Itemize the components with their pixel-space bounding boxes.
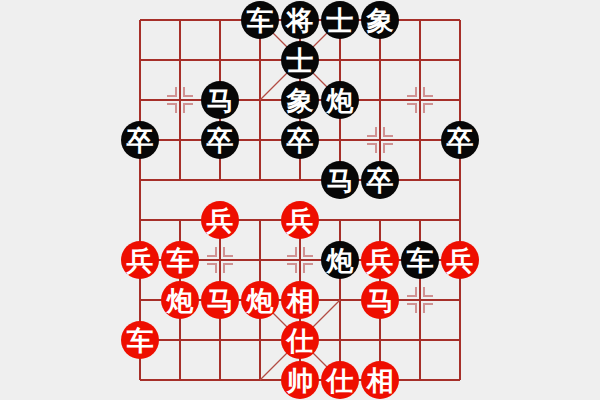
black-soldier[interactable]: 卒 xyxy=(361,161,399,199)
red-elephant[interactable]: 相 xyxy=(361,361,399,399)
red-soldier[interactable]: 兵 xyxy=(121,241,159,279)
red-soldier[interactable]: 兵 xyxy=(281,201,319,239)
black-horse[interactable]: 马 xyxy=(321,161,359,199)
black-cannon[interactable]: 炮 xyxy=(321,241,359,279)
xiangqi-screenshot: 车将士象士马象炮卒卒卒卒马卒兵兵兵车炮兵车兵炮马炮相马车仕帅仕相 xyxy=(0,0,600,400)
black-cannon[interactable]: 炮 xyxy=(321,81,359,119)
black-chariot[interactable]: 车 xyxy=(241,1,279,39)
black-advisor[interactable]: 士 xyxy=(321,1,359,39)
black-general[interactable]: 将 xyxy=(281,1,319,39)
red-advisor[interactable]: 仕 xyxy=(321,361,359,399)
red-general[interactable]: 帅 xyxy=(281,361,319,399)
red-cannon[interactable]: 炮 xyxy=(161,281,199,319)
xiangqi-board[interactable]: 车将士象士马象炮卒卒卒卒马卒兵兵兵车炮兵车兵炮马炮相马车仕帅仕相 xyxy=(0,0,600,400)
black-advisor[interactable]: 士 xyxy=(281,41,319,79)
black-elephant[interactable]: 象 xyxy=(281,81,319,119)
black-soldier[interactable]: 卒 xyxy=(441,121,479,159)
black-soldier[interactable]: 卒 xyxy=(121,121,159,159)
black-chariot[interactable]: 车 xyxy=(401,241,439,279)
red-advisor[interactable]: 仕 xyxy=(281,321,319,359)
red-elephant[interactable]: 相 xyxy=(281,281,319,319)
black-horse[interactable]: 马 xyxy=(201,81,239,119)
red-soldier[interactable]: 兵 xyxy=(441,241,479,279)
red-soldier[interactable]: 兵 xyxy=(361,241,399,279)
red-chariot[interactable]: 车 xyxy=(121,321,159,359)
red-soldier[interactable]: 兵 xyxy=(201,201,239,239)
red-horse[interactable]: 马 xyxy=(201,281,239,319)
red-horse[interactable]: 马 xyxy=(361,281,399,319)
red-chariot[interactable]: 车 xyxy=(161,241,199,279)
red-cannon[interactable]: 炮 xyxy=(241,281,279,319)
board-intersections-grid: 车将士象士马象炮卒卒卒卒马卒兵兵兵车炮兵车兵炮马炮相马车仕帅仕相 xyxy=(120,0,480,400)
black-soldier[interactable]: 卒 xyxy=(201,121,239,159)
black-soldier[interactable]: 卒 xyxy=(281,121,319,159)
black-elephant[interactable]: 象 xyxy=(361,1,399,39)
